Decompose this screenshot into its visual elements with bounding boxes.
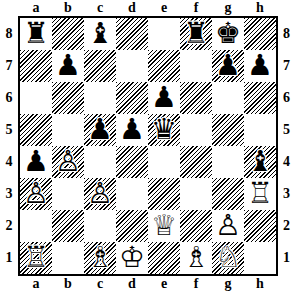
file-label-b: b — [52, 276, 84, 295]
square-c8[interactable]: ♝ — [84, 18, 116, 50]
square-g7[interactable]: ♟ — [212, 50, 244, 82]
square-a7[interactable] — [20, 50, 52, 82]
square-c6[interactable] — [84, 82, 116, 114]
file-label-f: f — [180, 276, 212, 295]
square-d4[interactable] — [116, 146, 148, 178]
square-g4[interactable] — [212, 146, 244, 178]
square-c1[interactable]: ♗ — [84, 242, 116, 274]
rank-label-5: 5 — [0, 114, 18, 146]
square-e6[interactable]: ♟ — [148, 82, 180, 114]
square-g8[interactable]: ♚ — [212, 18, 244, 50]
square-e1[interactable] — [148, 242, 180, 274]
square-b1[interactable] — [52, 242, 84, 274]
rank-labels-left: 87654321 — [0, 16, 18, 276]
square-a4[interactable]: ♟ — [20, 146, 52, 178]
file-label-f: f — [180, 0, 212, 16]
square-a6[interactable] — [20, 82, 52, 114]
black-rook-f8[interactable]: ♜ — [180, 18, 212, 50]
file-labels-bottom: abcdefgh — [0, 276, 295, 295]
rank-label-2: 2 — [278, 210, 295, 242]
square-d8[interactable] — [116, 18, 148, 50]
file-label-b: b — [52, 0, 84, 16]
file-labels-top: abcdefgh — [0, 0, 295, 16]
rank-label-6: 6 — [0, 82, 18, 114]
square-e3[interactable] — [148, 178, 180, 210]
square-h6[interactable] — [244, 82, 276, 114]
white-bishop-f1[interactable]: ♗ — [180, 242, 212, 274]
rank-label-7: 7 — [278, 50, 295, 82]
black-queen-e5[interactable]: ♛ — [148, 114, 180, 146]
square-g3[interactable] — [212, 178, 244, 210]
square-b7[interactable]: ♟ — [52, 50, 84, 82]
rank-label-1: 1 — [0, 242, 18, 274]
white-king-d1[interactable]: ♔ — [116, 242, 148, 274]
black-pawn-a4[interactable]: ♟ — [20, 146, 52, 178]
black-rook-a8[interactable]: ♜ — [20, 18, 52, 50]
white-bishop-c1[interactable]: ♗ — [84, 242, 116, 274]
file-label-a: a — [20, 276, 52, 295]
square-b3[interactable] — [52, 178, 84, 210]
square-h3[interactable]: ♖ — [244, 178, 276, 210]
black-bishop-c8[interactable]: ♝ — [84, 18, 116, 50]
rank-label-6: 6 — [278, 82, 295, 114]
square-h1[interactable] — [244, 242, 276, 274]
square-a2[interactable] — [20, 210, 52, 242]
white-rook-a1[interactable]: ♖ — [20, 242, 52, 274]
square-d6[interactable] — [116, 82, 148, 114]
square-h2[interactable] — [244, 210, 276, 242]
black-pawn-e6[interactable]: ♟ — [148, 82, 180, 114]
rank-label-3: 3 — [278, 178, 295, 210]
square-f8[interactable]: ♜ — [180, 18, 212, 50]
rank-label-4: 4 — [278, 146, 295, 178]
file-label-h: h — [244, 276, 276, 295]
file-label-e: e — [148, 0, 180, 16]
square-a5[interactable] — [20, 114, 52, 146]
square-c5[interactable]: ♟ — [84, 114, 116, 146]
black-pawn-g7[interactable]: ♟ — [212, 50, 244, 82]
file-label-d: d — [116, 276, 148, 295]
rank-label-7: 7 — [0, 50, 18, 82]
square-h4[interactable]: ♝ — [244, 146, 276, 178]
file-label-d: d — [116, 0, 148, 16]
black-king-g8[interactable]: ♚ — [212, 18, 244, 50]
file-label-g: g — [212, 0, 244, 16]
square-e5[interactable]: ♛ — [148, 114, 180, 146]
black-pawn-d5[interactable]: ♟ — [116, 114, 148, 146]
square-f2[interactable] — [180, 210, 212, 242]
square-f6[interactable] — [180, 82, 212, 114]
black-bishop-h4[interactable]: ♝ — [244, 146, 276, 178]
file-label-c: c — [84, 276, 116, 295]
square-a8[interactable]: ♜ — [20, 18, 52, 50]
square-b8[interactable] — [52, 18, 84, 50]
square-d5[interactable]: ♟ — [116, 114, 148, 146]
rank-label-8: 8 — [278, 18, 295, 50]
square-a3[interactable]: ♙ — [20, 178, 52, 210]
square-h7[interactable]: ♟ — [244, 50, 276, 82]
file-label-e: e — [148, 276, 180, 295]
square-d3[interactable] — [116, 178, 148, 210]
square-b5[interactable] — [52, 114, 84, 146]
square-h8[interactable] — [244, 18, 276, 50]
chess-diagram: abcdefgh 87654321 ♜♝♜♚♟♟♟♟♟♟♛♟♙♝♙♙♖♕♙♖♗♔… — [0, 0, 295, 295]
square-f1[interactable]: ♗ — [180, 242, 212, 274]
square-g5[interactable] — [212, 114, 244, 146]
square-c2[interactable] — [84, 210, 116, 242]
square-g6[interactable] — [212, 82, 244, 114]
square-f3[interactable] — [180, 178, 212, 210]
white-queen-e2[interactable]: ♕ — [148, 210, 180, 242]
square-c7[interactable] — [84, 50, 116, 82]
chess-board: ♜♝♜♚♟♟♟♟♟♟♛♟♙♝♙♙♖♕♙♖♗♔♗♘ — [18, 16, 278, 276]
white-pawn-a3[interactable]: ♙ — [20, 178, 52, 210]
square-g1[interactable]: ♘ — [212, 242, 244, 274]
square-f7[interactable] — [180, 50, 212, 82]
rank-label-3: 3 — [0, 178, 18, 210]
black-pawn-h7[interactable]: ♟ — [244, 50, 276, 82]
black-pawn-b7[interactable]: ♟ — [52, 50, 84, 82]
rank-label-5: 5 — [278, 114, 295, 146]
square-d1[interactable]: ♔ — [116, 242, 148, 274]
square-b6[interactable] — [52, 82, 84, 114]
square-c4[interactable] — [84, 146, 116, 178]
rank-label-8: 8 — [0, 18, 18, 50]
file-label-c: c — [84, 0, 116, 16]
square-f5[interactable] — [180, 114, 212, 146]
white-rook-h3[interactable]: ♖ — [244, 178, 276, 210]
rank-label-1: 1 — [278, 242, 295, 274]
square-e2[interactable]: ♕ — [148, 210, 180, 242]
square-b2[interactable] — [52, 210, 84, 242]
black-pawn-c5[interactable]: ♟ — [84, 114, 116, 146]
square-e4[interactable] — [148, 146, 180, 178]
square-g2[interactable]: ♙ — [212, 210, 244, 242]
file-label-g: g — [212, 276, 244, 295]
square-d2[interactable] — [116, 210, 148, 242]
square-a1[interactable]: ♖ — [20, 242, 52, 274]
file-label-h: h — [244, 0, 276, 16]
rank-label-2: 2 — [0, 210, 18, 242]
white-knight-g1[interactable]: ♘ — [212, 242, 244, 274]
white-pawn-b4[interactable]: ♙ — [52, 146, 84, 178]
square-f4[interactable] — [180, 146, 212, 178]
white-pawn-c3[interactable]: ♙ — [84, 178, 116, 210]
square-b4[interactable]: ♙ — [52, 146, 84, 178]
square-d7[interactable] — [116, 50, 148, 82]
square-c3[interactable]: ♙ — [84, 178, 116, 210]
square-h5[interactable] — [244, 114, 276, 146]
rank-labels-right: 87654321 — [278, 16, 295, 276]
file-label-a: a — [20, 0, 52, 16]
rank-label-4: 4 — [0, 146, 18, 178]
square-e7[interactable] — [148, 50, 180, 82]
white-pawn-g2[interactable]: ♙ — [212, 210, 244, 242]
square-e8[interactable] — [148, 18, 180, 50]
